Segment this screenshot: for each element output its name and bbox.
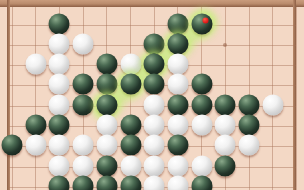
white-stone-r7c6[interactable] [144, 155, 165, 176]
white-stone-r6c10[interactable] [239, 135, 260, 156]
white-stone-r5c4[interactable] [96, 115, 117, 136]
black-stone-r3c3[interactable] [73, 74, 94, 95]
white-stone-r7c7[interactable] [167, 155, 188, 176]
black-stone-r6c0[interactable] [2, 135, 23, 156]
black-stone-r5c2[interactable] [49, 115, 70, 136]
white-stone-r5c8[interactable] [191, 115, 212, 136]
black-stone-r1c7[interactable] [167, 33, 188, 54]
black-stone-r6c5[interactable] [120, 135, 141, 156]
white-stone-r2c7[interactable] [167, 54, 188, 75]
black-stone-r8c8[interactable] [191, 175, 212, 190]
grid-vline [12, 7, 13, 190]
white-stone-r1c2[interactable] [49, 33, 70, 54]
white-stone-r5c7[interactable] [167, 115, 188, 136]
black-stone-r7c9[interactable] [215, 155, 236, 176]
white-stone-r3c2[interactable] [49, 74, 70, 95]
black-stone-r3c6[interactable] [144, 74, 165, 95]
black-stone-r4c4[interactable] [96, 94, 117, 115]
white-stone-r6c1[interactable] [25, 135, 46, 156]
black-stone-r2c6[interactable] [144, 54, 165, 75]
black-stone-r3c4[interactable] [96, 74, 117, 95]
black-stone-r0c2[interactable] [49, 13, 70, 34]
star-point [223, 43, 227, 47]
white-stone-r1c3[interactable] [73, 33, 94, 54]
black-stone-r4c8[interactable] [191, 94, 212, 115]
black-stone-r1c6[interactable] [144, 33, 165, 54]
black-stone-r8c4[interactable] [96, 175, 117, 190]
black-stone-r8c2[interactable] [49, 175, 70, 190]
black-stone-r4c10[interactable] [239, 94, 260, 115]
white-stone-r4c2[interactable] [49, 94, 70, 115]
black-stone-r3c8[interactable] [191, 74, 212, 95]
grid-vline [296, 7, 297, 190]
white-stone-r7c2[interactable] [49, 155, 70, 176]
grid-vline [35, 7, 36, 190]
black-stone-r0c7[interactable] [167, 13, 188, 34]
black-stone-r2c4[interactable] [96, 54, 117, 75]
black-stone-r4c7[interactable] [167, 94, 188, 115]
black-stone-r0c8[interactable] [191, 13, 212, 34]
board-left-edge [7, 0, 10, 190]
white-stone-r2c5[interactable] [120, 54, 141, 75]
white-stone-r5c9[interactable] [215, 115, 236, 136]
white-stone-r2c1[interactable] [25, 54, 46, 75]
black-stone-r3c5[interactable] [120, 74, 141, 95]
black-stone-r8c3[interactable] [73, 175, 94, 190]
white-stone-r4c11[interactable] [262, 94, 283, 115]
white-stone-r6c4[interactable] [96, 135, 117, 156]
black-stone-r4c9[interactable] [215, 94, 236, 115]
white-stone-r7c8[interactable] [191, 155, 212, 176]
black-stone-r6c7[interactable] [167, 135, 188, 156]
white-stone-r6c6[interactable] [144, 135, 165, 156]
white-stone-r6c3[interactable] [73, 135, 94, 156]
white-stone-r5c6[interactable] [144, 115, 165, 136]
white-stone-r7c5[interactable] [120, 155, 141, 176]
last-move-marker [202, 17, 208, 23]
white-stone-r8c7[interactable] [167, 175, 188, 190]
white-stone-r8c6[interactable] [144, 175, 165, 190]
white-stone-r7c3[interactable] [73, 155, 94, 176]
white-stone-r6c2[interactable] [49, 135, 70, 156]
black-stone-r5c5[interactable] [120, 115, 141, 136]
black-stone-r7c4[interactable] [96, 155, 117, 176]
white-stone-r2c2[interactable] [49, 54, 70, 75]
black-stone-r5c10[interactable] [239, 115, 260, 136]
black-stone-r8c5[interactable] [120, 175, 141, 190]
gomoku-board[interactable] [0, 0, 304, 190]
white-stone-r6c9[interactable] [215, 135, 236, 156]
white-stone-r3c7[interactable] [167, 74, 188, 95]
white-stone-r4c6[interactable] [144, 94, 165, 115]
board-top-edge [0, 0, 304, 7]
black-stone-r4c3[interactable] [73, 94, 94, 115]
black-stone-r5c1[interactable] [25, 115, 46, 136]
